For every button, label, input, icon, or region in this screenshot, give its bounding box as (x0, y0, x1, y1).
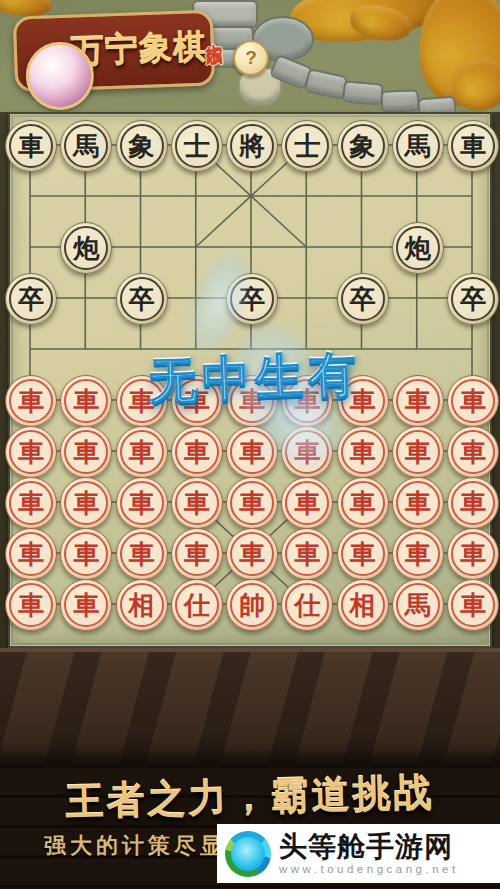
path-stone (417, 96, 456, 112)
piece-glyph: 車 (239, 490, 265, 516)
piece-red-車[interactable]: 車 (392, 375, 444, 427)
watermark-site-name: 头等舱手游网 (279, 832, 459, 861)
piece-glyph: 帥 (239, 592, 265, 618)
piece-black-將[interactable]: 將 (226, 120, 278, 172)
piece-black-士[interactable]: 士 (171, 120, 223, 172)
piece-red-馬[interactable]: 馬 (392, 579, 444, 631)
piece-red-車[interactable]: 車 (392, 528, 444, 580)
piece-glyph: 將 (239, 133, 265, 159)
piece-red-車[interactable]: 車 (116, 477, 168, 529)
piece-glyph: 車 (184, 439, 210, 465)
piece-red-車[interactable]: 車 (60, 426, 112, 478)
piece-glyph: 士 (294, 133, 320, 159)
piece-glyph: 車 (129, 541, 155, 567)
piece-glyph: 仕 (184, 592, 210, 618)
piece-glyph: 相 (129, 592, 155, 618)
piece-glyph: 炮 (405, 235, 431, 261)
piece-black-士[interactable]: 士 (281, 120, 333, 172)
piece-red-車[interactable]: 車 (392, 426, 444, 478)
piece-glyph: 車 (129, 439, 155, 465)
game-logo-banner: 万宁象棋 (13, 10, 216, 93)
piece-black-車[interactable]: 車 (447, 120, 499, 172)
path-stone (342, 80, 384, 105)
piece-black-馬[interactable]: 馬 (60, 120, 112, 172)
piece-glyph: 車 (184, 541, 210, 567)
piece-glyph: 卒 (18, 286, 44, 312)
piece-glyph: 馬 (405, 133, 431, 159)
piece-red-車[interactable]: 車 (226, 477, 278, 529)
piece-glyph: 炮 (73, 235, 99, 261)
piece-glyph: 車 (294, 490, 320, 516)
piece-red-車[interactable]: 車 (171, 426, 223, 478)
piece-glyph: 象 (350, 133, 376, 159)
piece-black-炮[interactable]: 炮 (60, 222, 112, 274)
watermark-text: 头等舱手游网 www.toudengcang.net (279, 832, 459, 875)
piece-red-車[interactable]: 車 (60, 375, 112, 427)
piece-glyph: 車 (18, 133, 44, 159)
piece-glyph: 卒 (350, 286, 376, 312)
app-screen: 万宁象棋 大招版 ? 車馬象士將士象馬車炮炮卒卒卒卒卒車車車車車車車車車車車車車… (0, 0, 500, 889)
piece-red-帥[interactable]: 帥 (226, 579, 278, 631)
piece-glyph: 象 (129, 133, 155, 159)
piece-glyph: 車 (184, 490, 210, 516)
piece-glyph: 車 (460, 439, 486, 465)
piece-red-車[interactable]: 車 (337, 477, 389, 529)
piece-glyph: 車 (73, 490, 99, 516)
piece-glyph: 卒 (460, 286, 486, 312)
piece-glyph: 車 (73, 541, 99, 567)
piece-glyph: 車 (460, 388, 486, 414)
piece-red-車[interactable]: 車 (226, 528, 278, 580)
edition-badge: 大招版 (202, 29, 228, 94)
piece-glyph: 士 (184, 133, 210, 159)
piece-glyph: 車 (405, 439, 431, 465)
piece-black-象[interactable]: 象 (116, 120, 168, 172)
piece-red-車[interactable]: 車 (447, 579, 499, 631)
piece-red-車[interactable]: 車 (5, 528, 57, 580)
piece-red-車[interactable]: 車 (447, 528, 499, 580)
watermark-site-url: www.toudengcang.net (279, 863, 459, 875)
piece-red-車[interactable]: 車 (281, 477, 333, 529)
watermark-globe-icon (225, 831, 271, 877)
piece-glyph: 車 (18, 541, 44, 567)
piece-black-卒[interactable]: 卒 (447, 273, 499, 325)
piece-glyph: 車 (350, 541, 376, 567)
piece-glyph: 卒 (129, 286, 155, 312)
piece-red-仕[interactable]: 仕 (281, 579, 333, 631)
piece-red-車[interactable]: 車 (5, 477, 57, 529)
piece-red-仕[interactable]: 仕 (171, 579, 223, 631)
piece-red-車[interactable]: 車 (392, 477, 444, 529)
piece-glyph: 車 (73, 388, 99, 414)
piece-glyph: 車 (129, 490, 155, 516)
piece-glyph: 車 (18, 490, 44, 516)
piece-black-卒[interactable]: 卒 (337, 273, 389, 325)
wood-table (0, 648, 500, 768)
piece-red-車[interactable]: 車 (171, 528, 223, 580)
piece-red-車[interactable]: 車 (5, 579, 57, 631)
piece-red-車[interactable]: 車 (60, 579, 112, 631)
piece-glyph: 車 (405, 490, 431, 516)
piece-glyph: 車 (18, 388, 44, 414)
piece-glyph: 車 (73, 439, 99, 465)
piece-red-車[interactable]: 車 (337, 528, 389, 580)
piece-glyph: 車 (405, 388, 431, 414)
piece-red-車[interactable]: 車 (116, 426, 168, 478)
piece-glyph: 車 (239, 541, 265, 567)
piece-glyph: 車 (73, 592, 99, 618)
piece-glyph: 車 (18, 592, 44, 618)
question-mark-icon: ? (245, 47, 257, 69)
piece-black-卒[interactable]: 卒 (116, 273, 168, 325)
piece-red-車[interactable]: 車 (60, 528, 112, 580)
piece-red-車[interactable]: 車 (281, 528, 333, 580)
piece-glyph: 車 (350, 490, 376, 516)
piece-glyph: 車 (405, 541, 431, 567)
skill-name-overlay: 无中生有 (148, 342, 362, 413)
piece-glyph: 車 (460, 541, 486, 567)
piece-red-車[interactable]: 車 (447, 375, 499, 427)
piece-black-炮[interactable]: 炮 (392, 222, 444, 274)
site-watermark: 头等舱手游网 www.toudengcang.net (217, 824, 500, 883)
piece-glyph: 車 (460, 133, 486, 159)
help-button[interactable]: ? (233, 40, 269, 76)
piece-red-車[interactable]: 車 (60, 477, 112, 529)
piece-glyph: 車 (18, 439, 44, 465)
piece-red-相[interactable]: 相 (337, 579, 389, 631)
piece-red-車[interactable]: 車 (5, 426, 57, 478)
piece-black-象[interactable]: 象 (337, 120, 389, 172)
path-stone (304, 68, 348, 100)
piece-glyph: 車 (294, 541, 320, 567)
piece-glyph: 馬 (405, 592, 431, 618)
header-garden: 万宁象棋 大招版 ? (0, 0, 500, 112)
piece-red-車[interactable]: 車 (116, 528, 168, 580)
piece-red-車[interactable]: 車 (447, 477, 499, 529)
piece-black-車[interactable]: 車 (5, 120, 57, 172)
piece-red-車[interactable]: 車 (447, 426, 499, 478)
piece-glyph: 相 (350, 592, 376, 618)
piece-black-馬[interactable]: 馬 (392, 120, 444, 172)
piece-glyph: 車 (460, 490, 486, 516)
piece-red-車[interactable]: 車 (171, 477, 223, 529)
piece-glyph: 馬 (73, 133, 99, 159)
path-stone (381, 89, 420, 112)
piece-black-卒[interactable]: 卒 (5, 273, 57, 325)
piece-glyph: 仕 (294, 592, 320, 618)
piece-red-相[interactable]: 相 (116, 579, 168, 631)
piece-red-車[interactable]: 車 (5, 375, 57, 427)
piece-glyph: 車 (460, 592, 486, 618)
